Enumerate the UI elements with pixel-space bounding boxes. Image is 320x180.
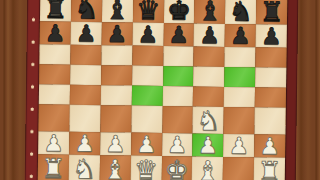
white-knight-b1[interactable]: ♞ [72,155,97,180]
video-frame: ♜♞♝♛♚♝♞♜♟♟♟♟♟♟♟♟♞♟♟♟♟♟♟♟♟♜♞♝♛♚♝♜ [0,0,320,180]
white-queen-d1[interactable]: ♛ [134,156,159,180]
square-f4[interactable] [193,86,224,106]
square-e3[interactable] [162,106,193,133]
square-e5[interactable] [163,66,194,86]
square-e8[interactable]: ♚ [163,0,194,23]
square-d2[interactable]: ♟ [131,133,162,156]
square-e2[interactable]: ♟ [162,133,193,156]
square-b5[interactable] [70,65,101,85]
black-pawn-h7[interactable]: ♟ [261,25,282,48]
square-a4[interactable] [39,84,70,104]
square-d6[interactable] [132,46,163,66]
square-f1[interactable]: ♝ [192,156,223,180]
square-h3[interactable] [255,107,286,134]
square-c6[interactable] [101,45,132,65]
black-pawn-g7[interactable]: ♟ [230,24,251,47]
board-photo-tilt-wrapper: ♜♞♝♛♚♝♞♜♟♟♟♟♟♟♟♟♞♟♟♟♟♟♟♟♟♜♞♝♛♚♝♜ [0,0,320,180]
square-d1[interactable]: ♛ [130,156,161,180]
square-b6[interactable] [70,45,101,65]
square-f8[interactable]: ♝ [194,0,225,24]
white-rook-h1[interactable]: ♜ [257,158,282,180]
square-a6[interactable] [39,44,70,64]
square-c2[interactable]: ♟ [100,132,131,155]
white-bishop-f1[interactable]: ♝ [195,157,220,180]
square-a7[interactable]: ♟ [40,21,71,44]
square-b7[interactable]: ♟ [70,22,101,45]
square-c3[interactable] [100,105,131,132]
white-pawn-f2[interactable]: ♟ [198,134,219,157]
square-d7[interactable]: ♟ [132,23,163,46]
white-bishop-c1[interactable]: ♝ [103,156,128,180]
square-a3[interactable] [38,104,69,131]
square-g6[interactable] [225,47,256,67]
white-pawn-b2[interactable]: ♟ [74,132,95,155]
white-pawn-g2[interactable]: ♟ [228,134,249,157]
square-g1[interactable] [223,157,254,180]
chess-board[interactable]: ♜♞♝♛♚♝♞♜♟♟♟♟♟♟♟♟♞♟♟♟♟♟♟♟♟♜♞♝♛♚♝♜ [38,0,288,180]
white-pawn-d2[interactable]: ♟ [136,133,157,156]
white-pawn-e2[interactable]: ♟ [167,134,188,157]
square-d8[interactable]: ♛ [133,0,164,23]
white-pawn-a2[interactable]: ♟ [43,132,64,155]
square-e4[interactable] [162,86,193,106]
white-rook-a1[interactable]: ♜ [41,155,66,180]
square-g7[interactable]: ♟ [225,24,256,47]
square-d5[interactable] [132,66,163,86]
square-a1[interactable]: ♜ [38,154,69,180]
black-king-e8[interactable]: ♚ [167,0,192,24]
square-b4[interactable] [70,85,101,105]
square-a5[interactable] [39,64,70,84]
black-queen-d8[interactable]: ♛ [136,0,161,23]
square-g8[interactable]: ♞ [225,0,256,24]
square-c5[interactable] [101,65,132,85]
square-f7[interactable]: ♟ [194,23,225,46]
black-pawn-c7[interactable]: ♟ [106,23,127,46]
white-king-e1[interactable]: ♚ [165,157,190,180]
black-bishop-f8[interactable]: ♝ [198,0,223,24]
square-g4[interactable] [224,87,255,107]
square-h5[interactable] [255,67,286,87]
black-rook-h8[interactable]: ♜ [259,0,284,25]
square-h7[interactable]: ♟ [256,24,287,47]
square-f6[interactable] [194,46,225,66]
square-f3[interactable]: ♞ [193,106,224,133]
black-knight-g8[interactable]: ♞ [229,0,254,25]
square-d3[interactable] [131,106,162,133]
square-f2[interactable]: ♟ [192,133,223,156]
square-h4[interactable] [255,87,286,107]
square-e7[interactable]: ♟ [163,23,194,46]
square-e6[interactable] [163,46,194,66]
square-h1[interactable]: ♜ [254,157,285,180]
square-c7[interactable]: ♟ [101,22,132,45]
square-h2[interactable]: ♟ [254,134,285,157]
square-g3[interactable] [224,107,255,134]
square-b3[interactable] [69,105,100,132]
square-f5[interactable] [193,66,224,86]
square-c8[interactable]: ♝ [102,0,133,23]
square-b8[interactable]: ♞ [71,0,102,22]
black-knight-b8[interactable]: ♞ [74,0,99,23]
square-h6[interactable] [255,47,286,67]
square-c4[interactable] [101,85,132,105]
square-e1[interactable]: ♚ [161,156,192,180]
black-pawn-d7[interactable]: ♟ [137,23,158,46]
square-b1[interactable]: ♞ [69,155,100,180]
black-pawn-a7[interactable]: ♟ [45,22,66,45]
square-b2[interactable]: ♟ [69,132,100,155]
square-g2[interactable]: ♟ [223,134,254,157]
black-pawn-b7[interactable]: ♟ [76,22,97,45]
white-pawn-h2[interactable]: ♟ [259,135,280,158]
black-pawn-f7[interactable]: ♟ [199,24,220,47]
square-h8[interactable]: ♜ [256,0,287,25]
black-pawn-e7[interactable]: ♟ [168,24,189,47]
white-knight-f3[interactable]: ♞ [196,107,221,134]
square-a2[interactable]: ♟ [38,131,69,154]
square-c1[interactable]: ♝ [99,155,130,180]
black-rook-a8[interactable]: ♜ [43,0,68,22]
square-a8[interactable]: ♜ [40,0,71,22]
white-pawn-c2[interactable]: ♟ [105,133,126,156]
square-d4[interactable] [131,86,162,106]
square-g5[interactable] [224,67,255,87]
black-bishop-c8[interactable]: ♝ [105,0,130,23]
